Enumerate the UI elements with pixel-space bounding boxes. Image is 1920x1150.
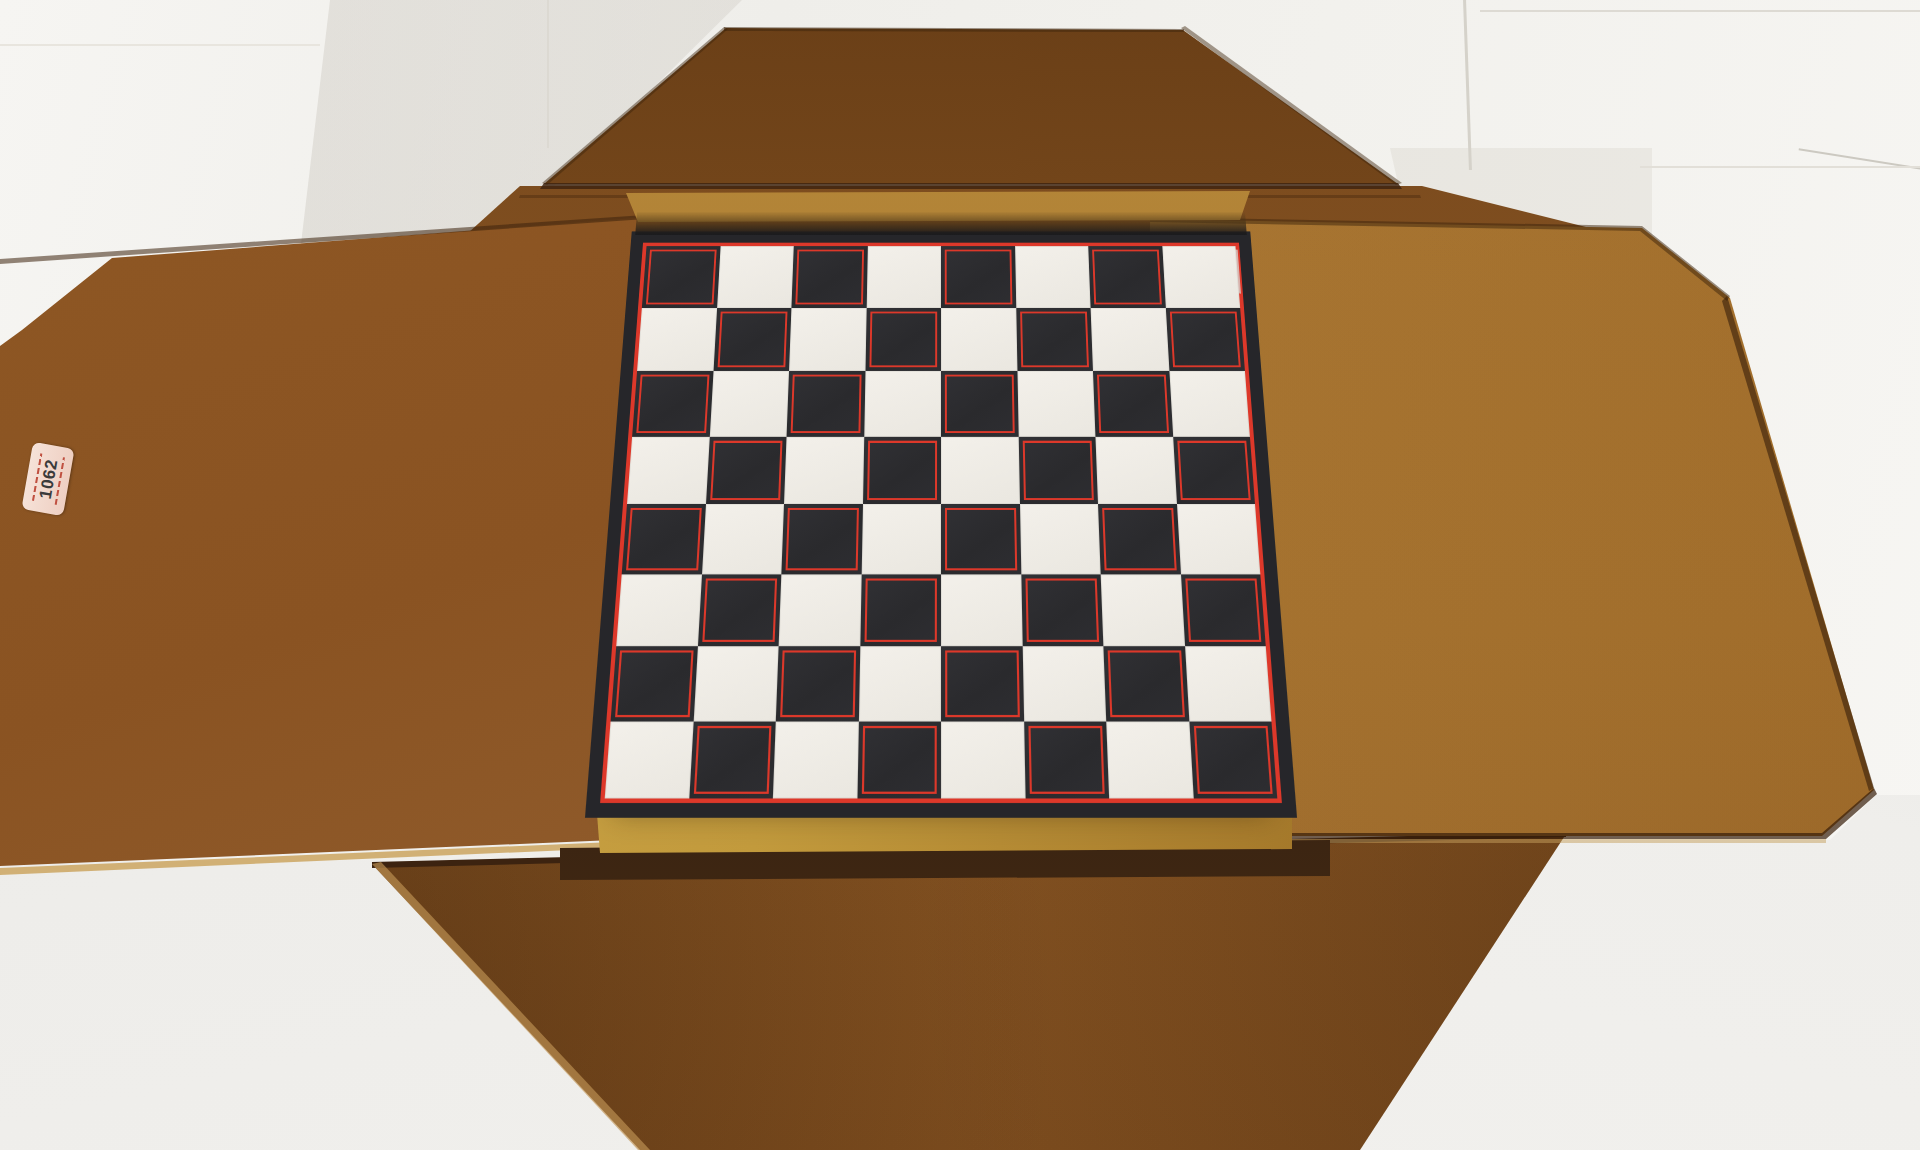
game-board-area bbox=[623, 222, 1251, 778]
board-square[interactable] bbox=[779, 574, 862, 646]
board-square[interactable] bbox=[1098, 504, 1180, 574]
board-square[interactable] bbox=[787, 371, 865, 436]
wall-crack-line bbox=[547, 0, 549, 148]
board-square[interactable] bbox=[697, 574, 781, 646]
board-square[interactable] bbox=[1017, 371, 1095, 436]
board-square[interactable] bbox=[864, 371, 941, 436]
board-square[interactable] bbox=[1165, 308, 1245, 371]
board-square[interactable] bbox=[789, 308, 866, 371]
board-square[interactable] bbox=[605, 721, 693, 798]
board-square[interactable] bbox=[1015, 246, 1091, 307]
board-square[interactable] bbox=[642, 246, 720, 307]
board-square[interactable] bbox=[860, 574, 941, 646]
board-top-shadow bbox=[635, 212, 1247, 235]
board-square[interactable] bbox=[1020, 504, 1101, 574]
board-square[interactable] bbox=[1093, 371, 1173, 436]
board-square[interactable] bbox=[706, 436, 787, 504]
board-square[interactable] bbox=[1095, 436, 1176, 504]
board-square[interactable] bbox=[1162, 246, 1240, 307]
wall-crack-line bbox=[1463, 0, 1472, 170]
board-square[interactable] bbox=[791, 246, 867, 307]
board-square[interactable] bbox=[776, 646, 860, 721]
board-square[interactable] bbox=[866, 246, 941, 307]
board-square[interactable] bbox=[784, 436, 864, 504]
board-square[interactable] bbox=[863, 436, 942, 504]
board-square[interactable] bbox=[1101, 574, 1185, 646]
board-square[interactable] bbox=[1016, 308, 1093, 371]
board-square[interactable] bbox=[941, 436, 1020, 504]
board-square[interactable] bbox=[1189, 721, 1277, 798]
board-square[interactable] bbox=[616, 574, 701, 646]
photo-scene: 1062 bbox=[0, 0, 1920, 1150]
board-square[interactable] bbox=[941, 646, 1024, 721]
board-square[interactable] bbox=[689, 721, 776, 798]
board-square[interactable] bbox=[941, 504, 1021, 574]
board-square[interactable] bbox=[709, 371, 789, 436]
board-square[interactable] bbox=[781, 504, 862, 574]
board-square[interactable] bbox=[941, 574, 1022, 646]
board-square[interactable] bbox=[622, 504, 706, 574]
board-square[interactable] bbox=[858, 646, 941, 721]
board-square[interactable] bbox=[941, 721, 1025, 798]
board-square[interactable] bbox=[865, 308, 941, 371]
board-square[interactable] bbox=[941, 308, 1017, 371]
board-square[interactable] bbox=[1180, 574, 1265, 646]
board-square[interactable] bbox=[1173, 436, 1255, 504]
board-square[interactable] bbox=[717, 246, 794, 307]
board-square[interactable] bbox=[693, 646, 778, 721]
board-square[interactable] bbox=[702, 504, 784, 574]
board-square[interactable] bbox=[1177, 504, 1261, 574]
board-square[interactable] bbox=[1018, 436, 1098, 504]
board-square[interactable] bbox=[627, 436, 709, 504]
board-square[interactable] bbox=[941, 371, 1018, 436]
board-square[interactable] bbox=[1106, 721, 1193, 798]
board-square[interactable] bbox=[1185, 646, 1272, 721]
board-square[interactable] bbox=[861, 504, 941, 574]
board-square[interactable] bbox=[1091, 308, 1169, 371]
board-square[interactable] bbox=[857, 721, 941, 798]
board-square[interactable] bbox=[611, 646, 698, 721]
board-square[interactable] bbox=[1088, 246, 1165, 307]
wall-crack-line bbox=[1480, 10, 1920, 12]
board-square[interactable] bbox=[637, 308, 717, 371]
board-square[interactable] bbox=[1103, 646, 1188, 721]
game-board bbox=[600, 243, 1282, 803]
board-square[interactable] bbox=[1024, 721, 1110, 798]
wall-crack-line bbox=[1640, 166, 1920, 168]
board-square[interactable] bbox=[1169, 371, 1250, 436]
wall-crack-line bbox=[0, 44, 320, 46]
board-square[interactable] bbox=[1022, 646, 1106, 721]
board-square[interactable] bbox=[713, 308, 791, 371]
board-square[interactable] bbox=[1021, 574, 1104, 646]
board-square[interactable] bbox=[632, 371, 713, 436]
board-square[interactable] bbox=[941, 246, 1016, 307]
board-square[interactable] bbox=[773, 721, 859, 798]
